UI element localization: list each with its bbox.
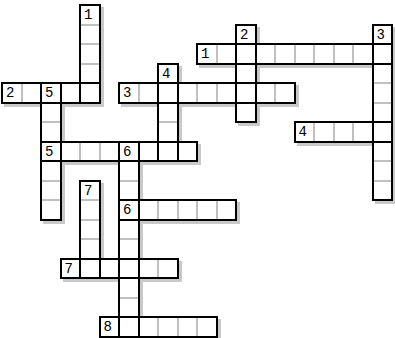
word-across-8-outline [99,316,218,338]
word-down-1-outline [79,4,101,104]
word-across-1-outline [196,43,393,65]
word-down-4-outline [157,63,179,163]
crossword-board: 123142534567678 [0,0,395,338]
word-down-6-outline [118,141,140,338]
word-down-7-outline [79,180,101,280]
word-down-5-outline [40,82,62,221]
word-down-2-outline [235,24,257,124]
word-across-3-outline [118,82,296,104]
word-down-3-outline [372,24,394,202]
